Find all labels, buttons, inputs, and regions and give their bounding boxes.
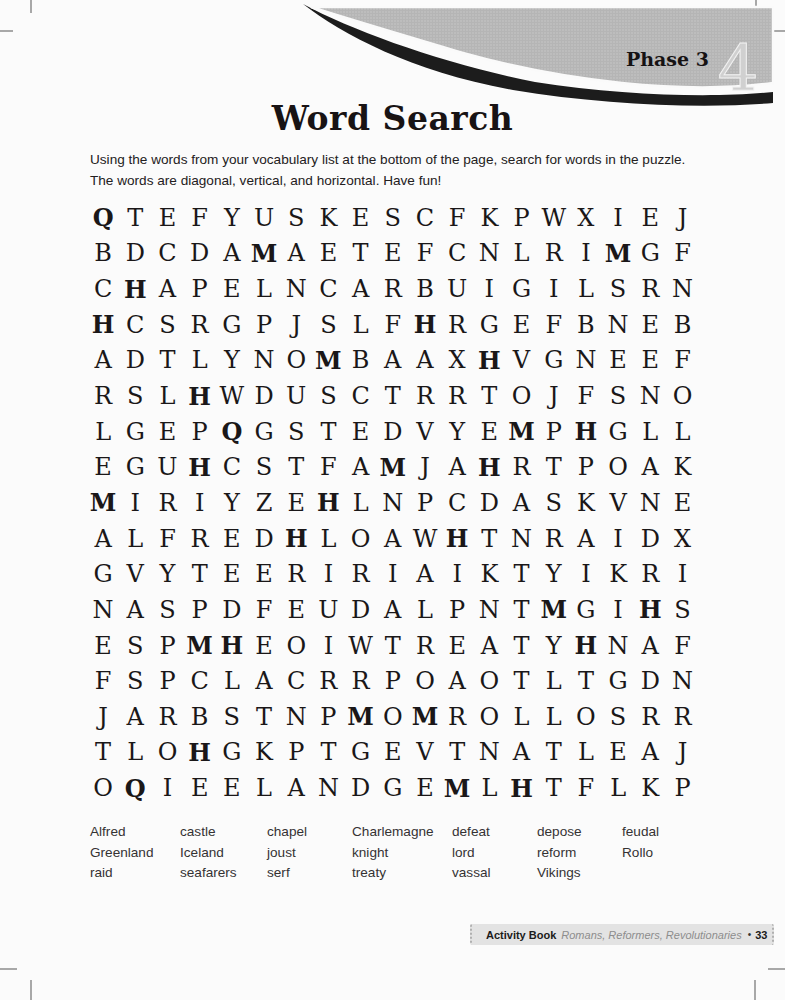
grid-cell[interactable]: Y xyxy=(216,200,248,236)
grid-cell[interactable]: A xyxy=(87,343,119,379)
grid-cell[interactable]: N xyxy=(248,343,280,379)
grid-cell[interactable]: R xyxy=(409,628,441,664)
grid-cell[interactable]: F xyxy=(87,663,119,699)
grid-cell[interactable]: Y xyxy=(151,556,183,592)
grid-cell[interactable]: L xyxy=(216,663,248,699)
grid-cell[interactable]: A xyxy=(377,521,409,557)
grid-cell[interactable]: A xyxy=(634,628,666,664)
grid-cell[interactable]: R xyxy=(184,307,216,343)
grid-cell[interactable]: S xyxy=(538,485,570,521)
grid-cell[interactable]: R xyxy=(280,556,312,592)
grid-cell[interactable]: O xyxy=(151,735,183,771)
grid-cell[interactable]: B xyxy=(184,699,216,735)
grid-cell[interactable]: G xyxy=(602,663,634,699)
grid-cell[interactable]: S xyxy=(312,307,344,343)
grid-cell[interactable]: T xyxy=(570,663,602,699)
grid-cell[interactable]: J xyxy=(87,699,119,735)
grid-cell[interactable]: F xyxy=(441,200,473,236)
grid-cell[interactable]: E xyxy=(409,770,441,806)
grid-cell[interactable]: E xyxy=(473,414,505,450)
grid-cell[interactable]: D xyxy=(634,521,666,557)
grid-cell[interactable]: A xyxy=(280,236,312,272)
grid-cell[interactable]: G xyxy=(538,343,570,379)
grid-cell[interactable]: D xyxy=(248,521,280,557)
grid-cell[interactable]: V xyxy=(602,485,634,521)
grid-cell[interactable]: H xyxy=(634,592,666,628)
grid-cell[interactable]: L xyxy=(570,271,602,307)
grid-cell[interactable]: K xyxy=(602,556,634,592)
grid-cell[interactable]: G xyxy=(87,556,119,592)
grid-cell[interactable]: P xyxy=(151,663,183,699)
grid-cell[interactable]: P xyxy=(409,485,441,521)
grid-cell[interactable]: S xyxy=(602,271,634,307)
grid-cell[interactable]: R xyxy=(345,663,377,699)
grid-cell[interactable]: X xyxy=(666,521,698,557)
grid-cell[interactable]: D xyxy=(377,414,409,450)
grid-cell[interactable]: A xyxy=(634,449,666,485)
grid-cell[interactable]: N xyxy=(473,592,505,628)
grid-cell[interactable]: H xyxy=(184,449,216,485)
grid-cell[interactable]: W xyxy=(345,628,377,664)
grid-cell[interactable]: X xyxy=(570,200,602,236)
grid-cell[interactable]: H xyxy=(473,343,505,379)
grid-cell[interactable]: T xyxy=(87,735,119,771)
grid-cell[interactable]: M xyxy=(441,770,473,806)
grid-cell[interactable]: D xyxy=(345,592,377,628)
grid-cell[interactable]: C xyxy=(184,663,216,699)
grid-cell[interactable]: K xyxy=(666,449,698,485)
grid-cell[interactable]: C xyxy=(87,271,119,307)
grid-cell[interactable]: I xyxy=(377,556,409,592)
grid-cell[interactable]: C xyxy=(216,449,248,485)
grid-cell[interactable]: E xyxy=(634,343,666,379)
grid-cell[interactable]: M xyxy=(505,414,537,450)
grid-cell[interactable]: O xyxy=(280,628,312,664)
grid-cell[interactable]: H xyxy=(184,735,216,771)
grid-cell[interactable]: P xyxy=(280,735,312,771)
grid-cell[interactable]: S xyxy=(666,592,698,628)
grid-cell[interactable]: M xyxy=(377,449,409,485)
grid-cell[interactable]: R xyxy=(151,699,183,735)
grid-cell[interactable]: Y xyxy=(538,556,570,592)
grid-cell[interactable]: N xyxy=(570,343,602,379)
grid-cell[interactable]: J xyxy=(666,200,698,236)
grid-cell[interactable]: E xyxy=(216,770,248,806)
grid-cell[interactable]: L xyxy=(119,521,151,557)
grid-cell[interactable]: L xyxy=(570,735,602,771)
grid-cell[interactable]: E xyxy=(312,236,344,272)
grid-cell[interactable]: A xyxy=(505,735,537,771)
grid-cell[interactable]: T xyxy=(538,735,570,771)
grid-cell[interactable]: G xyxy=(505,271,537,307)
grid-cell[interactable]: T xyxy=(312,735,344,771)
grid-cell[interactable]: R xyxy=(538,236,570,272)
grid-cell[interactable]: O xyxy=(570,699,602,735)
grid-cell[interactable]: A xyxy=(377,592,409,628)
grid-cell[interactable]: T xyxy=(377,628,409,664)
grid-cell[interactable]: H xyxy=(216,628,248,664)
grid-cell[interactable]: C xyxy=(119,307,151,343)
grid-cell[interactable]: H xyxy=(570,628,602,664)
grid-cell[interactable]: G xyxy=(216,735,248,771)
grid-cell[interactable]: K xyxy=(570,485,602,521)
grid-cell[interactable]: F xyxy=(312,449,344,485)
grid-cell[interactable]: M xyxy=(409,699,441,735)
grid-cell[interactable]: I xyxy=(538,271,570,307)
grid-cell[interactable]: V xyxy=(409,414,441,450)
grid-cell[interactable]: E xyxy=(87,628,119,664)
grid-cell[interactable]: P xyxy=(377,663,409,699)
grid-cell[interactable]: M xyxy=(184,628,216,664)
grid-cell[interactable]: E xyxy=(666,485,698,521)
grid-cell[interactable]: J xyxy=(538,378,570,414)
grid-cell[interactable]: F xyxy=(377,307,409,343)
grid-cell[interactable]: C xyxy=(312,271,344,307)
grid-cell[interactable]: F xyxy=(570,378,602,414)
grid-cell[interactable]: L xyxy=(538,663,570,699)
grid-cell[interactable]: E xyxy=(602,343,634,379)
grid-cell[interactable]: L xyxy=(473,770,505,806)
grid-cell[interactable]: R xyxy=(634,699,666,735)
grid-cell[interactable]: H xyxy=(570,414,602,450)
grid-cell[interactable]: G xyxy=(345,735,377,771)
grid-cell[interactable]: G xyxy=(473,307,505,343)
grid-cell[interactable]: A xyxy=(441,663,473,699)
grid-cell[interactable]: P xyxy=(570,449,602,485)
grid-cell[interactable]: K xyxy=(634,770,666,806)
grid-cell[interactable]: X xyxy=(441,343,473,379)
grid-cell[interactable]: I xyxy=(151,770,183,806)
grid-cell[interactable]: S xyxy=(602,378,634,414)
grid-cell[interactable]: P xyxy=(666,770,698,806)
grid-cell[interactable]: O xyxy=(666,378,698,414)
grid-cell[interactable]: L xyxy=(312,521,344,557)
grid-cell[interactable]: D xyxy=(216,592,248,628)
grid-cell[interactable]: L xyxy=(538,699,570,735)
grid-cell[interactable]: K xyxy=(473,200,505,236)
grid-cell[interactable]: M xyxy=(538,592,570,628)
grid-cell[interactable]: O xyxy=(602,449,634,485)
grid-cell[interactable]: F xyxy=(184,200,216,236)
grid-cell[interactable]: A xyxy=(570,521,602,557)
grid-cell[interactable]: S xyxy=(377,200,409,236)
grid-cell[interactable]: K xyxy=(473,556,505,592)
grid-cell[interactable]: T xyxy=(280,449,312,485)
grid-cell[interactable]: T xyxy=(505,592,537,628)
grid-cell[interactable]: N xyxy=(473,735,505,771)
grid-cell[interactable]: A xyxy=(280,770,312,806)
grid-cell[interactable]: G xyxy=(634,236,666,272)
grid-cell[interactable]: O xyxy=(505,378,537,414)
grid-cell[interactable]: D xyxy=(119,343,151,379)
grid-cell[interactable]: C xyxy=(441,236,473,272)
grid-cell[interactable]: K xyxy=(248,735,280,771)
grid-cell[interactable]: O xyxy=(409,663,441,699)
grid-cell[interactable]: P xyxy=(184,414,216,450)
grid-cell[interactable]: Y xyxy=(216,485,248,521)
grid-cell[interactable]: L xyxy=(634,414,666,450)
grid-cell[interactable]: G xyxy=(602,414,634,450)
grid-cell[interactable]: G xyxy=(119,414,151,450)
grid-cell[interactable]: S xyxy=(119,378,151,414)
grid-cell[interactable]: L xyxy=(505,236,537,272)
grid-cell[interactable]: S xyxy=(119,628,151,664)
grid-cell[interactable]: S xyxy=(216,699,248,735)
grid-cell[interactable]: L xyxy=(248,770,280,806)
grid-cell[interactable]: H xyxy=(280,521,312,557)
grid-cell[interactable]: M xyxy=(602,236,634,272)
grid-cell[interactable]: E xyxy=(216,521,248,557)
grid-cell[interactable]: J xyxy=(666,735,698,771)
grid-cell[interactable]: P xyxy=(184,592,216,628)
grid-cell[interactable]: I xyxy=(184,485,216,521)
grid-cell[interactable]: Y xyxy=(441,414,473,450)
grid-cell[interactable]: C xyxy=(441,485,473,521)
grid-cell[interactable]: I xyxy=(119,485,151,521)
grid-cell[interactable]: T xyxy=(312,414,344,450)
grid-cell[interactable]: N xyxy=(666,271,698,307)
grid-cell[interactable]: V xyxy=(505,343,537,379)
grid-cell[interactable]: R xyxy=(441,307,473,343)
grid-cell[interactable]: E xyxy=(345,200,377,236)
grid-cell[interactable]: T xyxy=(345,236,377,272)
grid-cell[interactable]: L xyxy=(602,770,634,806)
grid-cell[interactable]: O xyxy=(280,343,312,379)
grid-cell[interactable]: T xyxy=(377,378,409,414)
grid-cell[interactable]: R xyxy=(634,556,666,592)
grid-cell[interactable]: R xyxy=(184,521,216,557)
grid-cell[interactable]: E xyxy=(151,200,183,236)
grid-cell[interactable]: C xyxy=(409,200,441,236)
grid-cell[interactable]: A xyxy=(473,628,505,664)
grid-cell[interactable]: E xyxy=(634,200,666,236)
grid-cell[interactable]: F xyxy=(248,592,280,628)
grid-cell[interactable]: O xyxy=(473,699,505,735)
grid-cell[interactable]: H xyxy=(473,449,505,485)
grid-cell[interactable]: S xyxy=(151,307,183,343)
grid-cell[interactable]: R xyxy=(666,699,698,735)
grid-cell[interactable]: O xyxy=(345,521,377,557)
grid-cell[interactable]: Y xyxy=(216,343,248,379)
grid-cell[interactable]: P xyxy=(538,414,570,450)
grid-cell[interactable]: R xyxy=(87,378,119,414)
grid-cell[interactable]: T xyxy=(538,449,570,485)
grid-cell[interactable]: F xyxy=(666,343,698,379)
grid-cell[interactable]: I xyxy=(312,556,344,592)
grid-cell[interactable]: A xyxy=(377,343,409,379)
grid-cell[interactable]: P xyxy=(312,699,344,735)
grid-cell[interactable]: R xyxy=(634,271,666,307)
grid-cell[interactable]: I xyxy=(666,556,698,592)
grid-cell[interactable]: E xyxy=(216,271,248,307)
grid-cell[interactable]: B xyxy=(345,343,377,379)
grid-cell[interactable]: S xyxy=(602,699,634,735)
grid-cell[interactable]: I xyxy=(441,556,473,592)
grid-cell[interactable]: P xyxy=(184,271,216,307)
grid-cell[interactable]: Q xyxy=(216,414,248,450)
grid-cell[interactable]: T xyxy=(119,200,151,236)
grid-cell[interactable]: M xyxy=(312,343,344,379)
grid-cell[interactable]: A xyxy=(345,449,377,485)
grid-cell[interactable]: N xyxy=(473,236,505,272)
grid-cell[interactable]: L xyxy=(184,343,216,379)
grid-cell[interactable]: G xyxy=(216,307,248,343)
grid-cell[interactable]: L xyxy=(345,485,377,521)
grid-cell[interactable]: G xyxy=(377,770,409,806)
grid-cell[interactable]: D xyxy=(473,485,505,521)
grid-cell[interactable]: G xyxy=(570,592,602,628)
grid-cell[interactable]: P xyxy=(248,307,280,343)
grid-cell[interactable]: E xyxy=(377,735,409,771)
grid-cell[interactable]: I xyxy=(570,556,602,592)
grid-cell[interactable]: T xyxy=(473,521,505,557)
grid-cell[interactable]: E xyxy=(216,556,248,592)
grid-cell[interactable]: R xyxy=(409,378,441,414)
grid-cell[interactable]: G xyxy=(248,414,280,450)
grid-cell[interactable]: N xyxy=(280,271,312,307)
grid-cell[interactable]: R xyxy=(538,521,570,557)
grid-cell[interactable]: E xyxy=(280,485,312,521)
grid-cell[interactable]: T xyxy=(505,663,537,699)
grid-cell[interactable]: H xyxy=(87,307,119,343)
grid-cell[interactable]: A xyxy=(119,592,151,628)
grid-cell[interactable]: L xyxy=(248,271,280,307)
grid-cell[interactable]: L xyxy=(151,378,183,414)
grid-cell[interactable]: T xyxy=(151,343,183,379)
grid-cell[interactable]: E xyxy=(280,592,312,628)
grid-cell[interactable]: O xyxy=(377,699,409,735)
grid-cell[interactable]: H xyxy=(505,770,537,806)
grid-cell[interactable]: J xyxy=(280,307,312,343)
grid-cell[interactable]: N xyxy=(280,699,312,735)
grid-cell[interactable]: I xyxy=(602,200,634,236)
grid-cell[interactable]: T xyxy=(505,628,537,664)
grid-cell[interactable]: R xyxy=(345,556,377,592)
grid-cell[interactable]: U xyxy=(312,592,344,628)
grid-cell[interactable]: G xyxy=(119,449,151,485)
grid-cell[interactable]: K xyxy=(312,200,344,236)
grid-cell[interactable]: W xyxy=(538,200,570,236)
grid-cell[interactable]: N xyxy=(602,628,634,664)
grid-cell[interactable]: A xyxy=(119,699,151,735)
grid-cell[interactable]: E xyxy=(634,307,666,343)
grid-cell[interactable]: M xyxy=(345,699,377,735)
grid-cell[interactable]: R xyxy=(377,271,409,307)
grid-cell[interactable]: A xyxy=(505,485,537,521)
grid-cell[interactable]: S xyxy=(151,592,183,628)
grid-cell[interactable]: T xyxy=(184,556,216,592)
grid-cell[interactable]: P xyxy=(505,200,537,236)
grid-cell[interactable]: U xyxy=(441,271,473,307)
grid-cell[interactable]: B xyxy=(409,271,441,307)
grid-cell[interactable]: R xyxy=(151,485,183,521)
grid-cell[interactable]: A xyxy=(634,735,666,771)
grid-cell[interactable]: A xyxy=(248,663,280,699)
grid-cell[interactable]: M xyxy=(248,236,280,272)
grid-cell[interactable]: I xyxy=(473,271,505,307)
grid-cell[interactable]: E xyxy=(184,770,216,806)
grid-cell[interactable]: B xyxy=(570,307,602,343)
grid-cell[interactable]: O xyxy=(87,770,119,806)
grid-cell[interactable]: D xyxy=(248,378,280,414)
grid-cell[interactable]: L xyxy=(87,414,119,450)
grid-cell[interactable]: H xyxy=(441,521,473,557)
grid-cell[interactable]: N xyxy=(634,378,666,414)
grid-cell[interactable]: H xyxy=(312,485,344,521)
grid-cell[interactable]: U xyxy=(151,449,183,485)
grid-cell[interactable]: M xyxy=(87,485,119,521)
grid-cell[interactable]: Q xyxy=(87,200,119,236)
grid-cell[interactable]: E xyxy=(345,414,377,450)
grid-cell[interactable]: L xyxy=(666,414,698,450)
grid-cell[interactable]: A xyxy=(216,236,248,272)
grid-cell[interactable]: C xyxy=(151,236,183,272)
grid-cell[interactable]: D xyxy=(119,236,151,272)
grid-cell[interactable]: T xyxy=(538,770,570,806)
grid-cell[interactable]: E xyxy=(505,307,537,343)
grid-cell[interactable]: E xyxy=(87,449,119,485)
grid-cell[interactable]: W xyxy=(216,378,248,414)
grid-cell[interactable]: J xyxy=(409,449,441,485)
grid-cell[interactable]: E xyxy=(602,735,634,771)
grid-cell[interactable]: E xyxy=(377,236,409,272)
grid-cell[interactable]: H xyxy=(409,307,441,343)
grid-cell[interactable]: N xyxy=(602,307,634,343)
grid-cell[interactable]: Q xyxy=(119,770,151,806)
grid-cell[interactable]: L xyxy=(119,735,151,771)
grid-cell[interactable]: D xyxy=(634,663,666,699)
grid-cell[interactable]: E xyxy=(248,628,280,664)
grid-cell[interactable]: S xyxy=(119,663,151,699)
grid-cell[interactable]: E xyxy=(441,628,473,664)
grid-cell[interactable]: C xyxy=(280,663,312,699)
grid-cell[interactable]: F xyxy=(409,236,441,272)
grid-cell[interactable]: N xyxy=(87,592,119,628)
grid-cell[interactable]: R xyxy=(505,449,537,485)
grid-cell[interactable]: I xyxy=(602,521,634,557)
grid-cell[interactable]: S xyxy=(280,414,312,450)
grid-cell[interactable]: Y xyxy=(538,628,570,664)
grid-cell[interactable]: N xyxy=(377,485,409,521)
grid-cell[interactable]: A xyxy=(151,271,183,307)
grid-cell[interactable]: C xyxy=(345,378,377,414)
grid-cell[interactable]: N xyxy=(505,521,537,557)
grid-cell[interactable]: F xyxy=(538,307,570,343)
grid-cell[interactable]: I xyxy=(312,628,344,664)
grid-cell[interactable]: A xyxy=(409,556,441,592)
grid-cell[interactable]: R xyxy=(312,663,344,699)
grid-cell[interactable]: R xyxy=(441,699,473,735)
grid-cell[interactable]: I xyxy=(570,236,602,272)
grid-cell[interactable]: A xyxy=(441,449,473,485)
grid-cell[interactable]: N xyxy=(312,770,344,806)
grid-cell[interactable]: V xyxy=(119,556,151,592)
grid-cell[interactable]: F xyxy=(570,770,602,806)
grid-cell[interactable]: F xyxy=(666,236,698,272)
grid-cell[interactable]: L xyxy=(505,699,537,735)
grid-cell[interactable]: R xyxy=(441,378,473,414)
grid-cell[interactable]: E xyxy=(151,414,183,450)
grid-cell[interactable]: T xyxy=(473,378,505,414)
grid-cell[interactable]: S xyxy=(280,200,312,236)
grid-cell[interactable]: B xyxy=(666,307,698,343)
grid-cell[interactable]: U xyxy=(248,200,280,236)
grid-cell[interactable]: T xyxy=(505,556,537,592)
grid-cell[interactable]: D xyxy=(184,236,216,272)
grid-cell[interactable]: T xyxy=(248,699,280,735)
grid-cell[interactable]: Z xyxy=(248,485,280,521)
grid-cell[interactable]: L xyxy=(409,592,441,628)
